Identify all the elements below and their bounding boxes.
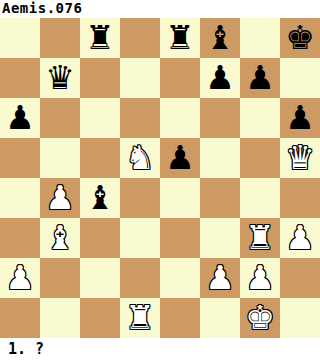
white-pawn[interactable]: ♟ [200, 258, 240, 298]
square-h8[interactable]: ♚ [280, 18, 320, 58]
square-h1[interactable] [280, 298, 320, 338]
square-b2[interactable] [40, 258, 80, 298]
square-a4[interactable] [0, 178, 40, 218]
square-e2[interactable] [160, 258, 200, 298]
white-pawn[interactable]: ♟ [280, 218, 320, 258]
square-h7[interactable] [280, 58, 320, 98]
square-c7[interactable] [80, 58, 120, 98]
square-a5[interactable] [0, 138, 40, 178]
square-d3[interactable] [120, 218, 160, 258]
square-e6[interactable] [160, 98, 200, 138]
black-pawn[interactable]: ♟ [0, 98, 40, 138]
square-h5[interactable]: ♛ [280, 138, 320, 178]
square-e3[interactable] [160, 218, 200, 258]
square-d7[interactable] [120, 58, 160, 98]
square-f2[interactable]: ♟ [200, 258, 240, 298]
black-bishop[interactable]: ♝ [200, 18, 240, 58]
square-d8[interactable] [120, 18, 160, 58]
square-b6[interactable] [40, 98, 80, 138]
square-e1[interactable] [160, 298, 200, 338]
square-f5[interactable] [200, 138, 240, 178]
square-c4[interactable]: ♝ [80, 178, 120, 218]
square-b1[interactable] [40, 298, 80, 338]
white-rook[interactable]: ♜ [240, 218, 280, 258]
square-g4[interactable] [240, 178, 280, 218]
square-b5[interactable] [40, 138, 80, 178]
square-c2[interactable] [80, 258, 120, 298]
square-h3[interactable]: ♟ [280, 218, 320, 258]
square-a8[interactable] [0, 18, 40, 58]
square-d5[interactable]: ♞ [120, 138, 160, 178]
square-f6[interactable] [200, 98, 240, 138]
square-d6[interactable] [120, 98, 160, 138]
square-b3[interactable]: ♝ [40, 218, 80, 258]
square-g3[interactable]: ♜ [240, 218, 280, 258]
square-e8[interactable]: ♜ [160, 18, 200, 58]
square-a1[interactable] [0, 298, 40, 338]
square-g6[interactable] [240, 98, 280, 138]
black-pawn[interactable]: ♟ [200, 58, 240, 98]
square-f4[interactable] [200, 178, 240, 218]
black-pawn[interactable]: ♟ [160, 138, 200, 178]
square-f1[interactable] [200, 298, 240, 338]
square-b8[interactable] [40, 18, 80, 58]
square-g8[interactable] [240, 18, 280, 58]
white-pawn[interactable]: ♟ [0, 258, 40, 298]
square-e7[interactable] [160, 58, 200, 98]
white-pawn[interactable]: ♟ [240, 258, 280, 298]
black-rook[interactable]: ♜ [160, 18, 200, 58]
square-h4[interactable] [280, 178, 320, 218]
square-e4[interactable] [160, 178, 200, 218]
black-bishop[interactable]: ♝ [80, 178, 120, 218]
square-g2[interactable]: ♟ [240, 258, 280, 298]
square-f8[interactable]: ♝ [200, 18, 240, 58]
black-pawn[interactable]: ♟ [240, 58, 280, 98]
black-king[interactable]: ♚ [280, 18, 320, 58]
square-g1[interactable]: ♚ [240, 298, 280, 338]
square-b7[interactable]: ♛ [40, 58, 80, 98]
square-h2[interactable] [280, 258, 320, 298]
square-d2[interactable] [120, 258, 160, 298]
square-d4[interactable] [120, 178, 160, 218]
white-pawn[interactable]: ♟ [40, 178, 80, 218]
chess-diagram-window: Aemis.076 ♜♜♝♚♛♟♟♟♟♞♟♛♟♝♝♜♟♟♟♟♜♚ 1. ? [0, 0, 320, 360]
square-d1[interactable]: ♜ [120, 298, 160, 338]
square-a3[interactable] [0, 218, 40, 258]
square-c6[interactable] [80, 98, 120, 138]
square-f3[interactable] [200, 218, 240, 258]
square-h6[interactable]: ♟ [280, 98, 320, 138]
square-c3[interactable] [80, 218, 120, 258]
square-a6[interactable]: ♟ [0, 98, 40, 138]
square-a7[interactable] [0, 58, 40, 98]
white-rook[interactable]: ♜ [120, 298, 160, 338]
black-rook[interactable]: ♜ [80, 18, 120, 58]
diagram-title: Aemis.076 [0, 0, 320, 18]
square-c5[interactable] [80, 138, 120, 178]
white-queen[interactable]: ♛ [280, 138, 320, 178]
white-bishop[interactable]: ♝ [40, 218, 80, 258]
square-b4[interactable]: ♟ [40, 178, 80, 218]
white-knight[interactable]: ♞ [120, 138, 160, 178]
chess-board: ♜♜♝♚♛♟♟♟♟♞♟♛♟♝♝♜♟♟♟♟♜♚ [0, 18, 320, 338]
square-c1[interactable] [80, 298, 120, 338]
square-g7[interactable]: ♟ [240, 58, 280, 98]
square-a2[interactable]: ♟ [0, 258, 40, 298]
move-prompt: 1. ? [0, 338, 320, 360]
square-c8[interactable]: ♜ [80, 18, 120, 58]
white-king[interactable]: ♚ [240, 298, 280, 338]
black-pawn[interactable]: ♟ [280, 98, 320, 138]
square-f7[interactable]: ♟ [200, 58, 240, 98]
square-e5[interactable]: ♟ [160, 138, 200, 178]
square-g5[interactable] [240, 138, 280, 178]
black-queen[interactable]: ♛ [40, 58, 80, 98]
